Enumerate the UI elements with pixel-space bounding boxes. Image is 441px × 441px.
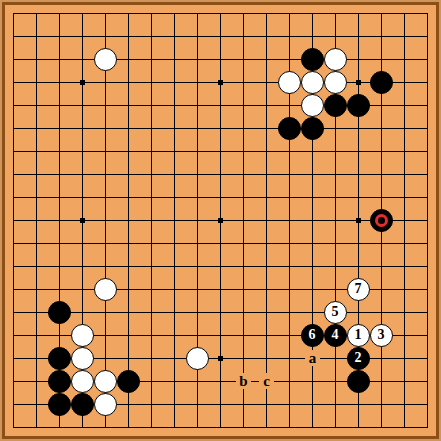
circle-mark-icon [375,214,388,227]
go-board: abc 7564132 [0,0,441,441]
black-stone [71,393,94,416]
black-stone [278,117,301,140]
black-stone [347,370,370,393]
black-stone [324,94,347,117]
white-stone [94,370,117,393]
black-stone [301,117,324,140]
board-surface: abc 7564132 [0,0,441,441]
black-stone-move-4: 4 [324,324,347,347]
black-stone [48,393,71,416]
black-stone [48,347,71,370]
black-stone-move-6: 6 [301,324,324,347]
white-stone-move-3: 3 [370,324,393,347]
white-stone [301,94,324,117]
star-point [218,80,223,85]
black-stone [48,301,71,324]
point-label-b: b [236,373,251,389]
point-label-a: a [305,350,320,366]
black-stone-move-2: 2 [347,347,370,370]
white-stone [71,324,94,347]
white-stone [94,393,117,416]
black-stone-marked [370,209,393,232]
star-point [80,218,85,223]
white-stone [71,347,94,370]
white-stone [94,48,117,71]
white-stone [186,347,209,370]
white-stone [71,370,94,393]
white-stone [301,71,324,94]
star-point [356,218,361,223]
black-stone [48,370,71,393]
white-stone-move-7: 7 [347,278,370,301]
white-stone [94,278,117,301]
white-stone-move-1: 1 [347,324,370,347]
white-stone-move-5: 5 [324,301,347,324]
black-stone [347,94,370,117]
black-stone [301,48,324,71]
point-label-c: c [259,373,274,389]
star-point [218,218,223,223]
white-stone [278,71,301,94]
white-stone [324,71,347,94]
white-stone [324,48,347,71]
star-point [356,80,361,85]
black-stone [117,370,140,393]
star-point [218,356,223,361]
black-stone [370,71,393,94]
star-point [80,80,85,85]
